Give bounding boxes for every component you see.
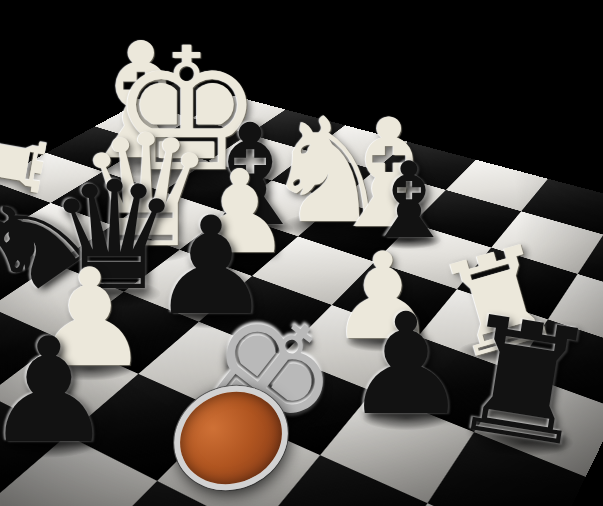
black-pawn-center: ♟ (150, 199, 271, 334)
piece-shadow (283, 213, 373, 238)
piece-shadow (98, 237, 194, 263)
piece-shadow (346, 332, 420, 352)
white-king: ♚ (111, 25, 263, 195)
chess-scene: ♝♚♛♛♝♟♟♞♝♝♟♟♟♟♜♜♚♞♜ (0, 0, 603, 506)
black-queen: ♛ (47, 161, 181, 311)
fallen-white-rook: ♜ (0, 114, 59, 209)
fallen-black-knight: ♞ (0, 162, 111, 322)
piece-shadow (134, 161, 239, 190)
fallen-black-king: ♚ (173, 272, 371, 473)
white-rook: ♜ (425, 223, 573, 380)
black-bishop-right: ♝ (362, 149, 456, 254)
piece-shadow (48, 358, 132, 381)
white-pawn-center: ♟ (188, 155, 291, 270)
pieces-layer: ♝♚♛♛♝♟♟♞♝♝♟♟♟♟♜♜♚♞♜ (0, 0, 603, 506)
piece-shadow (459, 340, 540, 362)
white-pawn-right: ♟ (329, 237, 437, 357)
white-pawn-left: ♟ (29, 251, 150, 386)
piece-shadow (4, 433, 94, 458)
black-bishop-left: ♝ (187, 106, 313, 246)
piece-shadow (363, 406, 450, 430)
piece-shadow (68, 280, 161, 306)
piece-shadow (474, 429, 573, 456)
black-pawn-right: ♟ (343, 295, 469, 435)
piece-shadow (204, 245, 275, 265)
piece-shadow (376, 231, 441, 249)
white-bishop-right: ♝ (322, 99, 456, 249)
piece-shadow (169, 306, 253, 329)
black-pawn-left: ♟ (0, 318, 114, 463)
white-knight: ♞ (263, 98, 393, 243)
white-queen: ♛ (77, 114, 216, 269)
fallen-king-base-disc (157, 368, 304, 506)
piece-shadow (207, 217, 294, 241)
white-bishop-back: ♝ (69, 22, 212, 182)
black-rook: ♜ (441, 292, 603, 472)
piece-shadow (91, 149, 190, 176)
piece-shadow (343, 218, 436, 244)
